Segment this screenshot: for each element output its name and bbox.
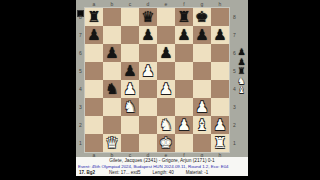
rank-label-7: 7 (77, 26, 84, 44)
white-pawn: ♟ (159, 80, 172, 98)
file-label-c: c (121, 1, 139, 7)
file-labels-top: abcdefgh (85, 1, 229, 7)
captured-pieces-tray: ♟♟♜♞♝ (236, 48, 247, 96)
board-square-a7[interactable]: ♟ (85, 26, 103, 44)
white-knight: ♞ (159, 116, 172, 134)
rank-label-5: 5 (77, 62, 84, 80)
black-pawn: ♟ (177, 26, 190, 44)
players-line: Gilete, Jacques (2341) - Grigore, Arjun … (76, 158, 248, 163)
rank-label-1: 1 (231, 134, 238, 152)
board-square-d6[interactable] (139, 44, 157, 62)
board-square-g6[interactable] (193, 44, 211, 62)
rank-label-4: 4 (77, 80, 84, 98)
white-pawn: ♟ (213, 116, 226, 134)
captured-white-bishop-icon: ♝ (237, 86, 245, 96)
rank-labels-left: 87654321 (77, 8, 84, 152)
board-square-f8[interactable]: ♜ (175, 8, 193, 26)
board-square-b6[interactable]: ♟ (103, 44, 121, 62)
file-label-h: h (211, 1, 229, 7)
board-square-e8[interactable] (157, 8, 175, 26)
next-move: Next: 17... exd5 (109, 170, 141, 175)
board-square-a4[interactable] (85, 80, 103, 98)
board-square-f5[interactable] (175, 62, 193, 80)
video-frame: abcdefgh abcdefgh 87654321 87654321 ♜♛♜♚… (0, 0, 320, 180)
white-rook: ♜ (213, 134, 226, 152)
board-square-f6[interactable] (175, 44, 193, 62)
board-square-h6[interactable] (211, 44, 229, 62)
board-square-g4[interactable] (193, 80, 211, 98)
board-square-f7[interactable]: ♟ (175, 26, 193, 44)
board-square-h8[interactable] (211, 8, 229, 26)
board-square-b8[interactable] (103, 8, 121, 26)
board-square-d3[interactable] (139, 98, 157, 116)
white-pawn: ♟ (141, 62, 154, 80)
board-square-g8[interactable]: ♚ (193, 8, 211, 26)
board-square-e5[interactable] (157, 62, 175, 80)
board-square-a2[interactable] (85, 116, 103, 134)
board-square-f4[interactable] (175, 80, 193, 98)
board-square-f1[interactable] (175, 134, 193, 152)
white-pawn: ♟ (195, 98, 208, 116)
rank-label-8: 8 (77, 8, 84, 26)
white-king: ♚ (159, 134, 172, 152)
board-square-c1[interactable] (121, 134, 139, 152)
board-square-g7[interactable]: ♟ (193, 26, 211, 44)
board-square-b5[interactable] (103, 62, 121, 80)
board-square-a5[interactable] (85, 62, 103, 80)
black-pawn: ♟ (141, 26, 154, 44)
board-square-b1[interactable]: ♛ (103, 134, 121, 152)
board-square-h7[interactable]: ♟ (211, 26, 229, 44)
black-rook: ♜ (177, 8, 190, 26)
file-label-b: b (103, 1, 121, 7)
board-square-h3[interactable] (211, 98, 229, 116)
board-square-f2[interactable]: ♟ (175, 116, 193, 134)
board-square-d7[interactable]: ♟ (139, 26, 157, 44)
board-square-a6[interactable] (85, 44, 103, 62)
rank-label-2: 2 (77, 116, 84, 134)
black-pawn: ♟ (123, 62, 136, 80)
black-pawn: ♟ (195, 26, 208, 44)
rank-label-7: 7 (231, 26, 238, 44)
board-square-e7[interactable] (157, 26, 175, 44)
last-move: 17. Bg2 (79, 170, 95, 175)
game-length: Length: 40 (153, 170, 174, 175)
board-square-e4[interactable]: ♟ (157, 80, 175, 98)
board-square-c3[interactable]: ♞ (121, 98, 139, 116)
black-pawn: ♟ (87, 26, 100, 44)
board-square-b2[interactable] (103, 116, 121, 134)
event-line: Event: 45th Olympiad 2024, Budapest HUN … (76, 164, 248, 169)
board-square-c7[interactable] (121, 26, 139, 44)
rank-label-3: 3 (77, 98, 84, 116)
black-king: ♚ (195, 8, 208, 26)
file-label-a: a (85, 1, 103, 7)
rank-label-3: 3 (231, 98, 238, 116)
board-square-a3[interactable] (85, 98, 103, 116)
board-square-g3[interactable]: ♟ (193, 98, 211, 116)
board-square-c5[interactable]: ♟ (121, 62, 139, 80)
file-label-g: g (193, 1, 211, 7)
board-square-g1[interactable] (193, 134, 211, 152)
rank-label-2: 2 (231, 116, 238, 134)
board-square-h2[interactable]: ♟ (211, 116, 229, 134)
board-square-g2[interactable]: ♝ (193, 116, 211, 134)
white-pawn: ♟ (177, 116, 190, 134)
board-square-c2[interactable] (121, 116, 139, 134)
rank-label-8: 8 (231, 8, 238, 26)
board-square-b4[interactable]: ♞ (103, 80, 121, 98)
board-square-d8[interactable]: ♛ (139, 8, 157, 26)
black-pawn: ♟ (159, 44, 172, 62)
board-square-d1[interactable] (139, 134, 157, 152)
file-label-f: f (175, 1, 193, 7)
white-pawn: ♟ (123, 80, 136, 98)
white-knight: ♞ (123, 98, 136, 116)
board-square-h5[interactable] (211, 62, 229, 80)
file-label-d: d (139, 1, 157, 7)
board-square-b3[interactable] (103, 98, 121, 116)
move-status-line: 17. Bg2 Next: 17... exd5 Length: 40 Mate… (76, 170, 248, 175)
rank-label-1: 1 (77, 134, 84, 152)
board-square-c8[interactable] (121, 8, 139, 26)
black-pawn: ♟ (105, 44, 118, 62)
black-rook: ♜ (87, 8, 100, 26)
board-square-d4[interactable] (139, 80, 157, 98)
board-square-g5[interactable] (193, 62, 211, 80)
board-square-h1[interactable]: ♜ (211, 134, 229, 152)
board-square-h4[interactable] (211, 80, 229, 98)
board-square-e6[interactable]: ♟ (157, 44, 175, 62)
board-square-c4[interactable]: ♟ (121, 80, 139, 98)
board-square-e3[interactable] (157, 98, 175, 116)
board-square-e2[interactable]: ♞ (157, 116, 175, 134)
board-square-b7[interactable] (103, 26, 121, 44)
material-balance: Material: -1 (186, 170, 209, 175)
black-pawn: ♟ (213, 26, 226, 44)
board-square-e1[interactable]: ♚ (157, 134, 175, 152)
black-queen: ♛ (141, 8, 154, 26)
board-square-a8[interactable]: ♜ (85, 8, 103, 26)
info-panel: Gilete, Jacques (2341) - Grigore, Arjun … (76, 157, 248, 176)
chess-board[interactable]: ♜♛♜♚♟♟♟♟♟♟♟♟♟♞♟♟♞♟♞♟♝♟♛♚♜ (85, 8, 229, 152)
file-label-e: e (157, 1, 175, 7)
board-square-a1[interactable] (85, 134, 103, 152)
white-bishop: ♝ (195, 116, 208, 134)
board-square-f3[interactable] (175, 98, 193, 116)
black-knight: ♞ (105, 80, 118, 98)
board-square-d5[interactable]: ♟ (139, 62, 157, 80)
board-square-c6[interactable] (121, 44, 139, 62)
white-queen: ♛ (105, 134, 118, 152)
rank-label-6: 6 (77, 44, 84, 62)
board-square-d2[interactable] (139, 116, 157, 134)
